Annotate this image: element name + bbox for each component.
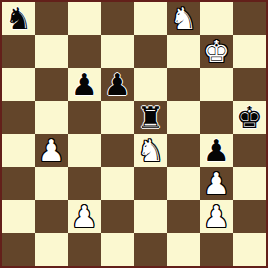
white-pawn-piece: ♟ bbox=[203, 200, 230, 233]
square-c4[interactable] bbox=[68, 134, 101, 167]
black-knight-piece: ♞ bbox=[5, 2, 32, 35]
square-f3[interactable] bbox=[167, 167, 200, 200]
white-knight-piece: ♞ bbox=[137, 134, 164, 167]
square-h2[interactable] bbox=[233, 200, 266, 233]
chess-app: ♞♞♚♟♟♜♚♟♞♟♟♟♟ bbox=[0, 0, 268, 268]
square-c5[interactable] bbox=[68, 101, 101, 134]
black-pawn-piece: ♟ bbox=[71, 68, 98, 101]
black-pawn-piece: ♟ bbox=[104, 68, 131, 101]
square-g7[interactable]: ♚ bbox=[200, 35, 233, 68]
square-d8[interactable] bbox=[101, 2, 134, 35]
square-h3[interactable] bbox=[233, 167, 266, 200]
square-g6[interactable] bbox=[200, 68, 233, 101]
white-knight-piece: ♞ bbox=[170, 2, 197, 35]
square-h7[interactable] bbox=[233, 35, 266, 68]
square-c7[interactable] bbox=[68, 35, 101, 68]
square-d1[interactable] bbox=[101, 233, 134, 266]
square-b3[interactable] bbox=[35, 167, 68, 200]
square-b8[interactable] bbox=[35, 2, 68, 35]
square-b7[interactable] bbox=[35, 35, 68, 68]
square-e4[interactable]: ♞ bbox=[134, 134, 167, 167]
white-king-piece: ♚ bbox=[203, 35, 230, 68]
square-a8[interactable]: ♞ bbox=[2, 2, 35, 35]
square-h8[interactable] bbox=[233, 2, 266, 35]
square-d6[interactable]: ♟ bbox=[101, 68, 134, 101]
square-g2[interactable]: ♟ bbox=[200, 200, 233, 233]
square-e7[interactable] bbox=[134, 35, 167, 68]
square-b6[interactable] bbox=[35, 68, 68, 101]
square-a5[interactable] bbox=[2, 101, 35, 134]
square-f7[interactable] bbox=[167, 35, 200, 68]
square-b5[interactable] bbox=[35, 101, 68, 134]
white-pawn-piece: ♟ bbox=[71, 200, 98, 233]
square-g8[interactable] bbox=[200, 2, 233, 35]
square-d3[interactable] bbox=[101, 167, 134, 200]
square-a7[interactable] bbox=[2, 35, 35, 68]
square-f2[interactable] bbox=[167, 200, 200, 233]
square-h1[interactable] bbox=[233, 233, 266, 266]
square-e6[interactable] bbox=[134, 68, 167, 101]
white-pawn-piece: ♟ bbox=[203, 167, 230, 200]
square-e1[interactable] bbox=[134, 233, 167, 266]
square-a2[interactable] bbox=[2, 200, 35, 233]
square-f6[interactable] bbox=[167, 68, 200, 101]
square-c2[interactable]: ♟ bbox=[68, 200, 101, 233]
square-e8[interactable] bbox=[134, 2, 167, 35]
square-h4[interactable] bbox=[233, 134, 266, 167]
black-king-piece: ♚ bbox=[236, 101, 263, 134]
square-g5[interactable] bbox=[200, 101, 233, 134]
black-pawn-piece: ♟ bbox=[203, 134, 230, 167]
square-d7[interactable] bbox=[101, 35, 134, 68]
square-f4[interactable] bbox=[167, 134, 200, 167]
square-d2[interactable] bbox=[101, 200, 134, 233]
black-rook-piece: ♜ bbox=[137, 101, 164, 134]
square-b4[interactable]: ♟ bbox=[35, 134, 68, 167]
square-f1[interactable] bbox=[167, 233, 200, 266]
white-pawn-piece: ♟ bbox=[38, 134, 65, 167]
square-e3[interactable] bbox=[134, 167, 167, 200]
square-c8[interactable] bbox=[68, 2, 101, 35]
square-c1[interactable] bbox=[68, 233, 101, 266]
square-a3[interactable] bbox=[2, 167, 35, 200]
square-h6[interactable] bbox=[233, 68, 266, 101]
square-h5[interactable]: ♚ bbox=[233, 101, 266, 134]
square-g1[interactable] bbox=[200, 233, 233, 266]
square-f5[interactable] bbox=[167, 101, 200, 134]
square-e5[interactable]: ♜ bbox=[134, 101, 167, 134]
square-b2[interactable] bbox=[35, 200, 68, 233]
square-c6[interactable]: ♟ bbox=[68, 68, 101, 101]
square-a6[interactable] bbox=[2, 68, 35, 101]
square-a1[interactable] bbox=[2, 233, 35, 266]
square-b1[interactable] bbox=[35, 233, 68, 266]
square-c3[interactable] bbox=[68, 167, 101, 200]
square-e2[interactable] bbox=[134, 200, 167, 233]
square-g4[interactable]: ♟ bbox=[200, 134, 233, 167]
square-a4[interactable] bbox=[2, 134, 35, 167]
square-d5[interactable] bbox=[101, 101, 134, 134]
square-g3[interactable]: ♟ bbox=[200, 167, 233, 200]
square-d4[interactable] bbox=[101, 134, 134, 167]
square-f8[interactable]: ♞ bbox=[167, 2, 200, 35]
chess-board[interactable]: ♞♞♚♟♟♜♚♟♞♟♟♟♟ bbox=[0, 0, 268, 268]
